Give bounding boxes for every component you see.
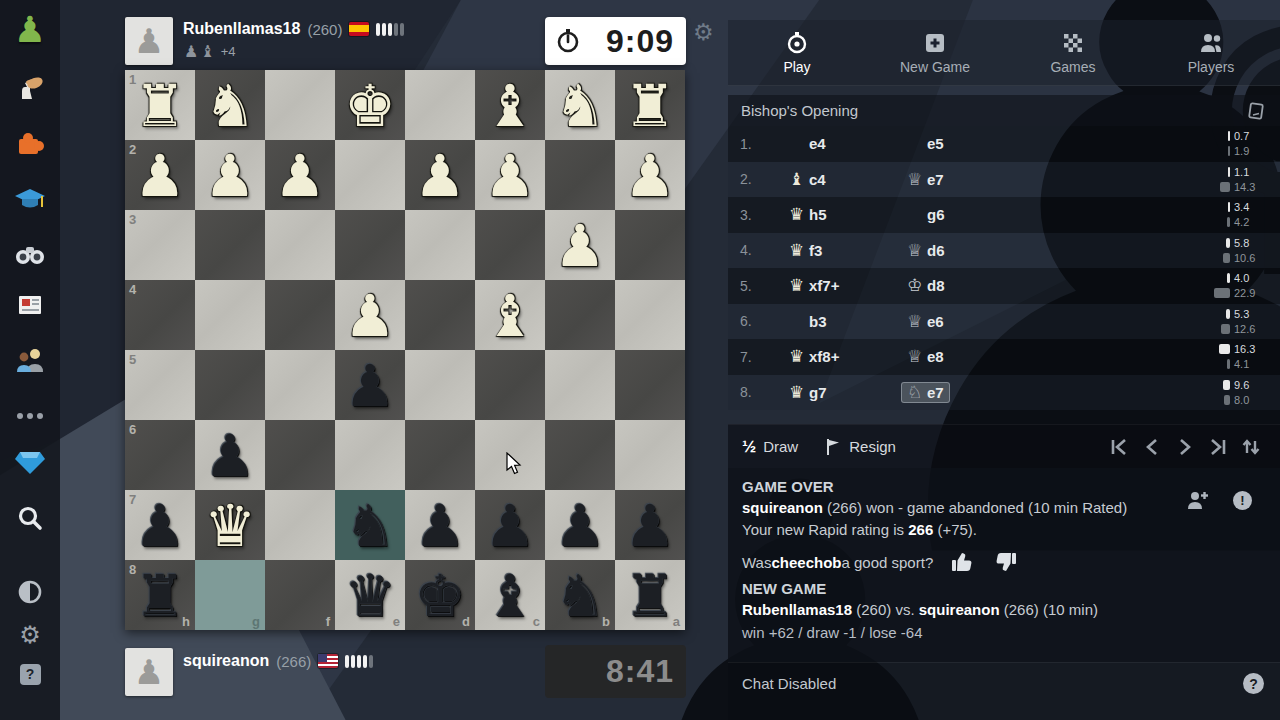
opening-book-icon[interactable]	[1246, 101, 1266, 121]
time-bar	[1223, 380, 1230, 390]
square-h3[interactable]: 3	[125, 210, 195, 280]
bottom-player-info: squireanon (266)	[183, 652, 373, 670]
time-bar	[1220, 182, 1230, 192]
square-a5[interactable]	[615, 350, 685, 420]
black-move-6[interactable]: ♕e6	[902, 312, 1072, 331]
game-controls: ½ Draw Resign	[728, 424, 1280, 468]
piece-icon: ♛	[789, 277, 809, 294]
move-number: 2.	[740, 171, 784, 187]
time-value: 1.9	[1234, 145, 1270, 157]
diamond-icon	[14, 448, 46, 476]
piece-icon: ♕	[907, 313, 927, 330]
square-c4[interactable]: ♝	[475, 280, 545, 350]
top-connection-bars	[376, 23, 404, 36]
material-score: +4	[221, 44, 236, 59]
black-king-d8[interactable]: ♚	[405, 560, 475, 630]
white-move-7[interactable]: ♛xf8+	[784, 347, 902, 366]
white-pawn-d2[interactable]: ♟	[405, 140, 475, 210]
time-bar	[1228, 167, 1230, 177]
move-number: 7.	[740, 349, 784, 365]
square-d2[interactable]: ♟	[405, 140, 475, 210]
black-move-8[interactable]: ♘e7	[902, 383, 1072, 402]
time-value: 4.1	[1234, 358, 1270, 370]
time-value: 12.6	[1234, 323, 1270, 335]
move-san: g7	[809, 384, 827, 401]
square-f6[interactable]	[265, 420, 335, 490]
sidebar-item-premium[interactable]	[0, 440, 60, 484]
tab-games[interactable]: Games	[1004, 20, 1142, 85]
sidebar-item-social[interactable]	[0, 338, 60, 382]
move-times: 4.022.9	[1186, 272, 1270, 300]
opening-name[interactable]: Bishop's Opening	[741, 102, 858, 119]
rating-odds: win +62 / draw -1 / lose -64	[742, 624, 923, 641]
white-pawn-b3[interactable]: ♟	[545, 210, 615, 280]
black-pawn-e5[interactable]: ♟	[335, 350, 405, 420]
clock-icon	[555, 28, 581, 54]
square-e6[interactable]	[335, 420, 405, 490]
players-icon	[1198, 31, 1224, 55]
new-game-matchup: Rubenllamas18 (260) vs. squireanon (266)…	[742, 601, 1098, 618]
square-d8[interactable]: d♚	[405, 560, 475, 630]
black-move-4[interactable]: ♕d6	[902, 241, 1072, 260]
square-g1[interactable]: ♞	[195, 70, 265, 140]
square-a8[interactable]: a♜	[615, 560, 685, 630]
rank-label: 5	[129, 352, 136, 367]
square-a1[interactable]: ♜	[615, 70, 685, 140]
black-move-1[interactable]: e5	[902, 134, 1072, 153]
black-move-3[interactable]: g6	[902, 205, 1072, 224]
square-d1[interactable]	[405, 70, 475, 140]
piece-icon: ♝	[789, 171, 809, 188]
square-a6[interactable]	[615, 420, 685, 490]
top-player-avatar[interactable]: ♟	[125, 17, 173, 65]
move-times: 3.44.2	[1186, 201, 1270, 229]
square-f2[interactable]: ♟	[265, 140, 335, 210]
square-h2[interactable]: 2♟	[125, 140, 195, 210]
game-over-result: squireanon (266) won - game abandoned (1…	[742, 499, 1127, 516]
time-bar	[1223, 253, 1230, 263]
square-e4[interactable]: ♟	[335, 280, 405, 350]
app-sidebar: ♟	[0, 0, 60, 720]
time-value: 10.6	[1234, 252, 1270, 264]
move-list: 1.e4e50.71.92.♝c4♕e71.114.33.♛h5g63.44.2…	[728, 126, 1280, 410]
square-c7[interactable]: ♟	[475, 490, 545, 560]
piece-icon: ♛	[789, 348, 809, 365]
bottom-connection-bars	[345, 655, 373, 668]
result-actions: !	[1187, 490, 1252, 510]
panel-tabs: Play New Game Games	[728, 20, 1280, 86]
square-e3[interactable]	[335, 210, 405, 280]
white-move-2[interactable]: ♝c4	[784, 170, 902, 189]
black-knight-b8[interactable]: ♞	[545, 560, 615, 630]
move-number: 5.	[740, 278, 784, 294]
square-b3[interactable]: ♟	[545, 210, 615, 280]
piece-icon: ♕	[907, 171, 927, 188]
square-d7[interactable]: ♟	[405, 490, 475, 560]
time-value: 3.4	[1234, 201, 1270, 213]
move-san: g6	[927, 206, 945, 223]
white-pawn-g2[interactable]: ♟	[195, 140, 265, 210]
square-c2[interactable]: ♟	[475, 140, 545, 210]
plus-square-icon	[923, 31, 947, 55]
time-bar	[1221, 324, 1230, 334]
square-d6[interactable]	[405, 420, 475, 490]
square-e2[interactable]	[335, 140, 405, 210]
move-san: b3	[809, 313, 827, 330]
help-icon: ?	[20, 664, 41, 685]
thumbs-up-icon[interactable]	[951, 551, 975, 573]
black-clock-time: 8:41	[606, 653, 686, 690]
white-rook-h1[interactable]: ♜	[125, 70, 195, 140]
white-move-6[interactable]: b3	[784, 312, 902, 331]
file-label: g	[252, 614, 260, 629]
white-queen-g7[interactable]: ♛	[195, 490, 265, 560]
square-h8[interactable]: 8h♜	[125, 560, 195, 630]
play-pawn-icon: ♟	[14, 12, 46, 48]
time-value: 22.9	[1234, 287, 1270, 299]
captured-bishop-icon: ♝	[200, 42, 214, 61]
move-row-5: 5.♛xf7+♔d84.022.9	[728, 268, 1280, 304]
tab-players[interactable]: Players	[1142, 20, 1280, 85]
piece-icon: ♕	[907, 242, 927, 259]
piece-icon: ♔	[907, 277, 927, 294]
sidebar-item-learn[interactable]	[0, 178, 60, 222]
square-f1[interactable]	[265, 70, 335, 140]
time-value: 4.0	[1234, 272, 1270, 284]
sidebar-item-help[interactable]: ?	[0, 652, 60, 696]
move-san: c4	[809, 171, 826, 188]
move-number: 1.	[740, 136, 784, 152]
square-b4[interactable]	[545, 280, 615, 350]
black-move-7[interactable]: ♕e8	[902, 347, 1072, 366]
time-bar	[1226, 238, 1230, 248]
black-queen-e8[interactable]: ♛	[335, 560, 405, 630]
white-king-e1[interactable]: ♚	[335, 70, 405, 140]
rank-label: 4	[129, 282, 136, 297]
move-san: e7	[927, 171, 944, 188]
move-san: e6	[927, 313, 944, 330]
white-move-1[interactable]: e4	[784, 134, 902, 153]
chess-board: 1♜♞♚♝♞♜2♟♟♟♟♟♟3♟4♟♝5♟6♟7♟♛♞♟♟♟♟8h♜gfe♛d♚…	[125, 70, 685, 630]
sidebar-item-search[interactable]	[0, 496, 60, 540]
top-player-name[interactable]: Rubenllamas18	[183, 20, 300, 38]
move-number: 8.	[740, 384, 784, 400]
tab-new-game[interactable]: New Game	[866, 20, 1004, 85]
square-f8[interactable]: f	[265, 560, 335, 630]
bottom-player-avatar[interactable]: ♟	[125, 648, 173, 696]
results-section: GAME OVER squireanon (266) won - game ab…	[728, 468, 1280, 662]
move-times: 9.68.0	[1186, 378, 1270, 406]
move-san: f3	[809, 242, 822, 259]
move-number: 3.	[740, 207, 784, 223]
time-bar	[1214, 288, 1230, 298]
square-c1[interactable]: ♝	[475, 70, 545, 140]
white-pawn-a2[interactable]: ♟	[615, 140, 685, 210]
piece-icon: ♘	[907, 384, 927, 401]
checkerboard-icon	[1061, 31, 1085, 55]
time-value: 1.1	[1234, 166, 1270, 178]
rank-label: 3	[129, 212, 136, 227]
stopwatch-icon	[785, 31, 809, 55]
white-move-3[interactable]: ♛h5	[784, 205, 902, 224]
white-bishop-c1[interactable]: ♝	[475, 70, 545, 140]
white-knight-b1[interactable]: ♞	[545, 70, 615, 140]
sidebar-item-news[interactable]	[0, 283, 60, 327]
first-move-button[interactable]	[1106, 434, 1132, 460]
move-san: e5	[927, 135, 944, 152]
top-player-info: Rubenllamas18 (260)	[183, 20, 404, 38]
square-f4[interactable]	[265, 280, 335, 350]
square-f5[interactable]	[265, 350, 335, 420]
time-bar	[1224, 395, 1230, 405]
black-bishop-c8[interactable]: ♝	[475, 560, 545, 630]
opening-bar: Bishop's Opening	[728, 95, 1280, 126]
move-san: h5	[809, 206, 827, 223]
black-pawn-g6[interactable]: ♟	[195, 420, 265, 490]
move-row-4: 4.♛f3♕d65.810.6	[728, 233, 1280, 269]
app-window: ♟ ♚ ♟ ♟	[0, 0, 1280, 720]
square-e8[interactable]: e♛	[335, 560, 405, 630]
chat-bar: Chat Disabled ?	[728, 662, 1280, 720]
bottom-player-name[interactable]: squireanon	[183, 652, 269, 670]
square-b6[interactable]	[545, 420, 615, 490]
sidebar-item-more[interactable]	[0, 392, 60, 436]
next-move-button[interactable]	[1172, 434, 1198, 460]
square-b7[interactable]: ♟	[545, 490, 615, 560]
move-number: 4.	[740, 242, 784, 258]
move-times: 5.312.6	[1186, 307, 1270, 335]
square-h5[interactable]: 5	[125, 350, 195, 420]
time-bar	[1226, 309, 1230, 319]
resign-flag-icon	[824, 437, 842, 457]
move-row-7: 7.♛xf8+♕e816.34.1	[728, 339, 1280, 375]
white-clock: 9:09	[545, 17, 686, 65]
sidebar-item-settings[interactable]: ⚙	[0, 613, 60, 657]
move-san: e8	[927, 348, 944, 365]
move-san: xf8+	[809, 348, 839, 365]
white-rook-a1[interactable]: ♜	[615, 70, 685, 140]
square-b1[interactable]: ♞	[545, 70, 615, 140]
game-panel: Play New Game Games	[728, 0, 1280, 720]
move-navigation	[1106, 434, 1264, 460]
square-g4[interactable]	[195, 280, 265, 350]
black-pawn-c7[interactable]: ♟	[475, 490, 545, 560]
black-pawn-d7[interactable]: ♟	[405, 490, 475, 560]
square-c3[interactable]	[475, 210, 545, 280]
white-move-8[interactable]: ♛g7	[784, 383, 902, 402]
square-f7[interactable]	[265, 490, 335, 560]
draw-button[interactable]: ½ Draw	[742, 437, 798, 457]
time-bar	[1228, 202, 1230, 212]
captured-pawn-icon: ♟	[184, 42, 198, 61]
black-pawn-h7[interactable]: ♟	[125, 490, 195, 560]
theme-contrast-icon	[17, 579, 43, 605]
black-knight-e7[interactable]: ♞	[335, 490, 405, 560]
last-move-button[interactable]	[1205, 434, 1231, 460]
time-bar	[1219, 344, 1230, 354]
move-row-6: 6.b3♕e65.312.6	[728, 304, 1280, 340]
game-over-title: GAME OVER	[742, 478, 834, 495]
resign-button[interactable]: Resign	[824, 437, 896, 457]
square-b2[interactable]	[545, 140, 615, 210]
move-times: 5.810.6	[1186, 236, 1270, 264]
board-settings-gear-icon[interactable]: ⚙	[693, 19, 714, 45]
black-pawn-a7[interactable]: ♟	[615, 490, 685, 560]
square-h4[interactable]: 4	[125, 280, 195, 350]
piece-icon: ♕	[907, 348, 927, 365]
black-move-5[interactable]: ♔d8	[902, 276, 1072, 295]
black-pawn-b7[interactable]: ♟	[545, 490, 615, 560]
social-friends-icon	[14, 347, 46, 373]
search-icon	[16, 504, 44, 532]
move-times: 0.71.9	[1186, 130, 1270, 158]
flip-board-button[interactable]	[1238, 434, 1264, 460]
usa-flag-icon	[318, 654, 338, 668]
move-number: 6.	[740, 313, 784, 329]
time-value: 16.3	[1234, 343, 1270, 355]
square-e7[interactable]: ♞	[335, 490, 405, 560]
chat-status: Chat Disabled	[742, 675, 836, 692]
white-move-5[interactable]: ♛xf7+	[784, 276, 902, 295]
new-rating-line: Your new Rapid rating is 266 (+75).	[742, 521, 977, 538]
move-san: xf7+	[809, 277, 839, 294]
square-a4[interactable]	[615, 280, 685, 350]
move-times: 1.114.3	[1186, 165, 1270, 193]
black-move-2[interactable]: ♕e7	[902, 170, 1072, 189]
square-g7[interactable]: ♛	[195, 490, 265, 560]
time-bar	[1227, 359, 1230, 369]
spain-flag-icon	[349, 22, 369, 36]
square-g8[interactable]: g	[195, 560, 265, 630]
square-g3[interactable]	[195, 210, 265, 280]
move-times: 16.34.1	[1186, 343, 1270, 371]
square-a3[interactable]	[615, 210, 685, 280]
chat-help-icon[interactable]: ?	[1243, 673, 1264, 694]
top-captured-pieces: ♟ ♝ +4	[184, 42, 236, 61]
new-game-title: NEW GAME	[742, 580, 826, 597]
square-f3[interactable]	[265, 210, 335, 280]
time-value: 8.0	[1234, 394, 1270, 406]
white-pawn-c2[interactable]: ♟	[475, 140, 545, 210]
time-bar	[1227, 217, 1230, 227]
report-alert-icon[interactable]: !	[1233, 491, 1252, 510]
square-c8[interactable]: c♝	[475, 560, 545, 630]
add-friend-icon[interactable]	[1187, 490, 1209, 510]
sidebar-item-play-friend[interactable]	[0, 66, 60, 110]
more-dots-icon	[15, 405, 45, 423]
square-e5[interactable]: ♟	[335, 350, 405, 420]
square-a7[interactable]: ♟	[615, 490, 685, 560]
move-row-8: 8.♛g7♘e79.68.0	[728, 375, 1280, 411]
sportsmanship-question: Was cheechob a good sport?	[742, 551, 1017, 573]
square-b5[interactable]	[545, 350, 615, 420]
sidebar-item-watch[interactable]	[0, 233, 60, 277]
time-value: 5.8	[1234, 237, 1270, 249]
white-bishop-c4[interactable]: ♝	[475, 280, 545, 350]
white-pawn-h2[interactable]: ♟	[125, 140, 195, 210]
square-g6[interactable]: ♟	[195, 420, 265, 490]
black-rook-a8[interactable]: ♜	[615, 560, 685, 630]
black-clock: 8:41	[545, 645, 686, 698]
time-value: 9.6	[1234, 379, 1270, 391]
square-d3[interactable]	[405, 210, 475, 280]
square-h6[interactable]: 6	[125, 420, 195, 490]
move-san: d8	[927, 277, 945, 294]
white-move-4[interactable]: ♛f3	[784, 241, 902, 260]
sidebar-item-play[interactable]: ♟	[0, 8, 60, 52]
time-value: 0.7	[1234, 130, 1270, 142]
rank-label: 6	[129, 422, 136, 437]
square-g5[interactable]	[195, 350, 265, 420]
black-rook-h8[interactable]: ♜	[125, 560, 195, 630]
time-value: 14.3	[1234, 181, 1270, 193]
move-row-2: 2.♝c4♕e71.114.3	[728, 162, 1280, 198]
thumbs-down-icon[interactable]	[993, 551, 1017, 573]
puzzle-icon	[15, 130, 45, 158]
hand-move-icon	[14, 73, 46, 103]
time-bar	[1227, 273, 1230, 283]
move-san: e7	[927, 384, 944, 401]
square-a2[interactable]: ♟	[615, 140, 685, 210]
square-h1[interactable]: 1♜	[125, 70, 195, 140]
white-pawn-f2[interactable]: ♟	[265, 140, 335, 210]
file-label: f	[326, 614, 330, 629]
watch-binoculars-icon	[14, 243, 46, 267]
tab-play[interactable]: Play	[728, 20, 866, 85]
piece-icon: ♛	[789, 242, 809, 259]
settings-gear-icon: ⚙	[19, 623, 41, 647]
time-bar	[1228, 146, 1230, 156]
move-row-1: 1.e4e50.71.9	[728, 126, 1280, 162]
news-icon	[16, 293, 44, 317]
square-d4[interactable]	[405, 280, 475, 350]
piece-icon: ♛	[789, 206, 809, 223]
sidebar-item-puzzles[interactable]	[0, 122, 60, 166]
piece-icon: ♛	[789, 384, 809, 401]
square-h7[interactable]: 7♟	[125, 490, 195, 560]
square-g2[interactable]: ♟	[195, 140, 265, 210]
prev-move-button[interactable]	[1139, 434, 1165, 460]
square-b8[interactable]: b♞	[545, 560, 615, 630]
learn-cap-icon	[13, 187, 47, 213]
bottom-player-rating: (266)	[276, 653, 311, 670]
time-bar	[1228, 131, 1230, 141]
sidebar-item-theme[interactable]	[0, 570, 60, 614]
move-row-3: 3.♛h5g63.44.2	[728, 197, 1280, 233]
white-clock-time: 9:09	[606, 23, 686, 60]
time-value: 5.3	[1234, 308, 1270, 320]
time-value: 4.2	[1234, 216, 1270, 228]
move-san: e4	[809, 135, 826, 152]
mouse-cursor	[506, 452, 523, 476]
square-d5[interactable]	[405, 350, 475, 420]
white-pawn-e4[interactable]: ♟	[335, 280, 405, 350]
square-c5[interactable]	[475, 350, 545, 420]
top-player-rating: (260)	[307, 21, 342, 38]
square-e1[interactable]: ♚	[335, 70, 405, 140]
move-san: d6	[927, 242, 945, 259]
white-knight-g1[interactable]: ♞	[195, 70, 265, 140]
